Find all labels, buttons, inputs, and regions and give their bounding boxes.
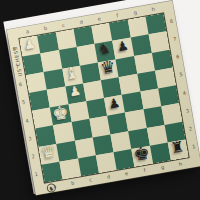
coord-label: 3 <box>184 102 190 121</box>
coord-label: 8 <box>168 12 174 31</box>
coord-label: 4 <box>24 112 30 131</box>
coord-label: d <box>72 18 91 26</box>
chess-board: abcdefgh abcdefgh 87654321 87654321 US C… <box>7 1 200 196</box>
coord-label: b <box>63 179 82 187</box>
coord-label: 1 <box>33 166 39 185</box>
coord-label: d <box>99 173 118 181</box>
coord-label: h <box>171 160 190 168</box>
coord-label: b <box>36 25 55 33</box>
coord-label: 6 <box>17 76 23 95</box>
coord-label: 1 <box>191 138 197 157</box>
coord-label: g <box>153 163 172 171</box>
coord-label: 7 <box>172 30 178 49</box>
coord-label: f <box>135 167 154 175</box>
coord-label: c <box>81 176 100 184</box>
photo-scene: abcdefgh abcdefgh 87654321 87654321 US C… <box>0 0 200 200</box>
coord-label: 2 <box>187 120 193 139</box>
coord-label: f <box>108 12 127 20</box>
coord-label: 3 <box>27 130 33 149</box>
coord-label: 6 <box>175 48 181 67</box>
coord-label: h <box>144 6 163 14</box>
coord-label: g <box>126 9 145 17</box>
coord-label: e <box>117 170 136 178</box>
coord-label: 5 <box>21 94 27 113</box>
square-h1[interactable]: ♜ <box>167 139 188 160</box>
coord-label: 4 <box>181 84 187 103</box>
coord-label: 2 <box>30 148 36 167</box>
board-grid: ♟♞♟♝♛♟♚♟♛♚♜ <box>19 13 188 182</box>
coord-label: e <box>90 15 109 23</box>
coord-label: c <box>54 21 73 29</box>
piece-black-rook[interactable]: ♜ <box>167 137 188 158</box>
coord-label: 5 <box>178 66 184 85</box>
